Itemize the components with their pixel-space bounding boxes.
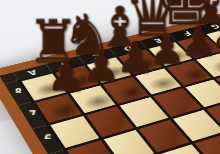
piece-black-pawn-c7: ♟ bbox=[115, 36, 154, 79]
piece-black-pawn-b7: ♟ bbox=[81, 45, 120, 89]
chess-board: ABCDEFGH ABCDEFGH 87654321 87654321 ♜♞♝♛… bbox=[0, 3, 220, 154]
rank-label-8: 8 bbox=[14, 87, 21, 98]
chess-set-photo: ABCDEFGH ABCDEFGH 87654321 87654321 ♜♞♝♛… bbox=[0, 0, 220, 154]
board-3d-scene: ABCDEFGH ABCDEFGH 87654321 87654321 ♜♞♝♛… bbox=[0, 0, 220, 154]
piece-black-pawn-a7: ♟ bbox=[46, 53, 86, 98]
rank-label-6: 6 bbox=[43, 133, 51, 145]
